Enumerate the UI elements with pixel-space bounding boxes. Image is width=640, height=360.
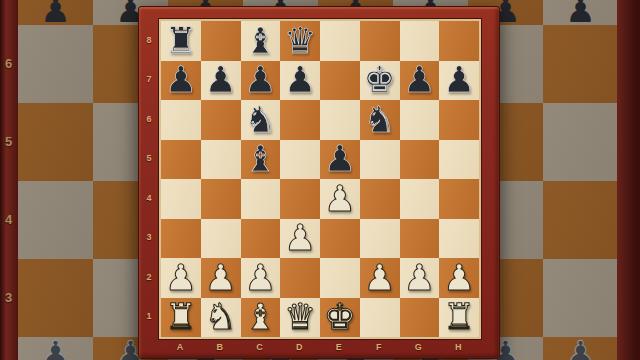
chess-app-stage: ♟♟♟♟♟♟♟♟♟♟♟♟♟♟♟♟ 6543 ♜♝♛♟♟♟♟♚♟♟♞♞♝♟♟♟♟♟…: [0, 0, 640, 360]
piece-black-pawn[interactable]: ♟: [244, 61, 276, 99]
square-a1[interactable]: ♜: [161, 298, 201, 338]
background-frame-right: [617, 0, 640, 360]
square-h1[interactable]: ♜: [439, 298, 479, 338]
background-square: [18, 259, 93, 337]
background-rank-label-6: 6: [1, 56, 16, 71]
square-d1[interactable]: ♛: [280, 298, 320, 338]
square-d7[interactable]: ♟: [280, 61, 320, 101]
background-square: [543, 259, 618, 337]
piece-white-rook[interactable]: ♜: [165, 298, 197, 336]
square-a6[interactable]: [161, 100, 201, 140]
background-square: [18, 25, 93, 103]
piece-white-bishop[interactable]: ♝: [244, 298, 276, 336]
square-d5[interactable]: [280, 140, 320, 180]
piece-white-pawn[interactable]: ♟: [403, 259, 435, 297]
piece-black-rook[interactable]: ♜: [165, 22, 197, 60]
square-f7[interactable]: ♚: [360, 61, 400, 101]
square-c4[interactable]: [241, 179, 281, 219]
background-square: [18, 103, 93, 181]
square-f3[interactable]: [360, 219, 400, 259]
square-h4[interactable]: [439, 179, 479, 219]
piece-black-pawn[interactable]: ♟: [443, 61, 475, 99]
square-g8[interactable]: [400, 21, 440, 61]
square-e7[interactable]: [320, 61, 360, 101]
square-a4[interactable]: [161, 179, 201, 219]
file-label-a: A: [160, 336, 200, 357]
square-a3[interactable]: [161, 219, 201, 259]
square-b7[interactable]: ♟: [201, 61, 241, 101]
rank-label-2: 2: [138, 257, 160, 297]
file-label-b: B: [200, 336, 240, 357]
square-a8[interactable]: ♜: [161, 21, 201, 61]
square-e8[interactable]: [320, 21, 360, 61]
square-e3[interactable]: [320, 219, 360, 259]
background-frame-left: [0, 0, 18, 360]
square-f8[interactable]: [360, 21, 400, 61]
piece-black-king[interactable]: ♚: [363, 61, 395, 99]
square-f6[interactable]: ♞: [360, 100, 400, 140]
file-label-c: C: [240, 336, 280, 357]
square-c1[interactable]: ♝: [241, 298, 281, 338]
rank-label-4: 4: [138, 178, 160, 218]
background-square: [543, 181, 618, 259]
square-h2[interactable]: ♟: [439, 258, 479, 298]
square-h8[interactable]: [439, 21, 479, 61]
square-c7[interactable]: ♟: [241, 61, 281, 101]
piece-black-bishop[interactable]: ♝: [244, 140, 276, 178]
square-f1[interactable]: [360, 298, 400, 338]
background-rank-label-4: 4: [1, 212, 16, 227]
square-b1[interactable]: ♞: [201, 298, 241, 338]
piece-black-pawn[interactable]: ♟: [403, 61, 435, 99]
square-e1[interactable]: ♚: [320, 298, 360, 338]
piece-white-pawn[interactable]: ♟: [324, 180, 356, 218]
square-c3[interactable]: [241, 219, 281, 259]
file-label-f: F: [359, 336, 399, 357]
background-square: [18, 337, 93, 360]
rank-labels: 87654321: [138, 20, 160, 336]
square-b4[interactable]: [201, 179, 241, 219]
square-g5[interactable]: [400, 140, 440, 180]
square-d8[interactable]: ♛: [280, 21, 320, 61]
file-label-h: H: [438, 336, 478, 357]
piece-white-pawn[interactable]: ♟: [363, 259, 395, 297]
square-h6[interactable]: [439, 100, 479, 140]
square-d4[interactable]: [280, 179, 320, 219]
square-g1[interactable]: [400, 298, 440, 338]
square-c8[interactable]: ♝: [241, 21, 281, 61]
square-a7[interactable]: ♟: [161, 61, 201, 101]
piece-black-pawn[interactable]: ♟: [324, 140, 356, 178]
square-d2[interactable]: [280, 258, 320, 298]
rank-label-8: 8: [138, 20, 160, 60]
square-c2[interactable]: ♟: [241, 258, 281, 298]
piece-black-queen[interactable]: ♛: [284, 22, 316, 60]
square-g4[interactable]: [400, 179, 440, 219]
file-label-d: D: [279, 336, 319, 357]
rank-label-5: 5: [138, 139, 160, 179]
square-g2[interactable]: ♟: [400, 258, 440, 298]
background-square: [543, 25, 618, 103]
square-h5[interactable]: [439, 140, 479, 180]
square-b3[interactable]: [201, 219, 241, 259]
rank-label-3: 3: [138, 218, 160, 258]
piece-black-pawn[interactable]: ♟: [204, 61, 236, 99]
square-b6[interactable]: [201, 100, 241, 140]
piece-black-pawn[interactable]: ♟: [284, 61, 316, 99]
square-d6[interactable]: [280, 100, 320, 140]
background-square: [543, 103, 618, 181]
square-d3[interactable]: ♟: [280, 219, 320, 259]
square-a5[interactable]: [161, 140, 201, 180]
square-f5[interactable]: [360, 140, 400, 180]
background-square: [18, 0, 93, 25]
piece-white-king[interactable]: ♚: [324, 298, 356, 336]
square-g3[interactable]: [400, 219, 440, 259]
file-label-e: E: [319, 336, 359, 357]
square-h3[interactable]: [439, 219, 479, 259]
file-label-g: G: [399, 336, 439, 357]
square-a2[interactable]: ♟: [161, 258, 201, 298]
square-h7[interactable]: ♟: [439, 61, 479, 101]
rank-label-7: 7: [138, 60, 160, 100]
square-c5[interactable]: ♝: [241, 140, 281, 180]
background-square: [18, 181, 93, 259]
square-g6[interactable]: [400, 100, 440, 140]
square-f2[interactable]: ♟: [360, 258, 400, 298]
square-b8[interactable]: [201, 21, 241, 61]
square-f4[interactable]: [360, 179, 400, 219]
background-rank-label-5: 5: [1, 134, 16, 149]
piece-white-pawn[interactable]: ♟: [204, 259, 236, 297]
square-g7[interactable]: ♟: [400, 61, 440, 101]
piece-black-bishop[interactable]: ♝: [244, 22, 276, 60]
background-rank-label-3: 3: [1, 290, 16, 305]
piece-black-knight[interactable]: ♞: [244, 101, 276, 139]
piece-black-knight[interactable]: ♞: [363, 101, 395, 139]
piece-white-queen[interactable]: ♛: [284, 298, 316, 336]
square-b5[interactable]: [201, 140, 241, 180]
piece-white-rook[interactable]: ♜: [443, 298, 475, 336]
piece-white-pawn[interactable]: ♟: [443, 259, 475, 297]
square-e2[interactable]: [320, 258, 360, 298]
background-square: [543, 337, 618, 360]
piece-white-pawn[interactable]: ♟: [165, 259, 197, 297]
square-c6[interactable]: ♞: [241, 100, 281, 140]
piece-white-pawn[interactable]: ♟: [284, 219, 316, 257]
square-e4[interactable]: ♟: [320, 179, 360, 219]
square-b2[interactable]: ♟: [201, 258, 241, 298]
rank-label-6: 6: [138, 99, 160, 139]
square-e5[interactable]: ♟: [320, 140, 360, 180]
piece-white-pawn[interactable]: ♟: [244, 259, 276, 297]
board-frame: ♜♝♛♟♟♟♟♚♟♟♞♞♝♟♟♟♟♟♟♟♟♟♜♞♝♛♚♜: [138, 6, 500, 359]
background-square: [543, 0, 618, 25]
board-squares: ♜♝♛♟♟♟♟♚♟♟♞♞♝♟♟♟♟♟♟♟♟♟♜♞♝♛♚♜: [159, 19, 481, 339]
square-e6[interactable]: [320, 100, 360, 140]
piece-black-pawn[interactable]: ♟: [165, 61, 197, 99]
rank-label-1: 1: [138, 297, 160, 337]
file-labels: ABCDEFGH: [160, 336, 478, 357]
piece-white-knight[interactable]: ♞: [204, 298, 236, 336]
